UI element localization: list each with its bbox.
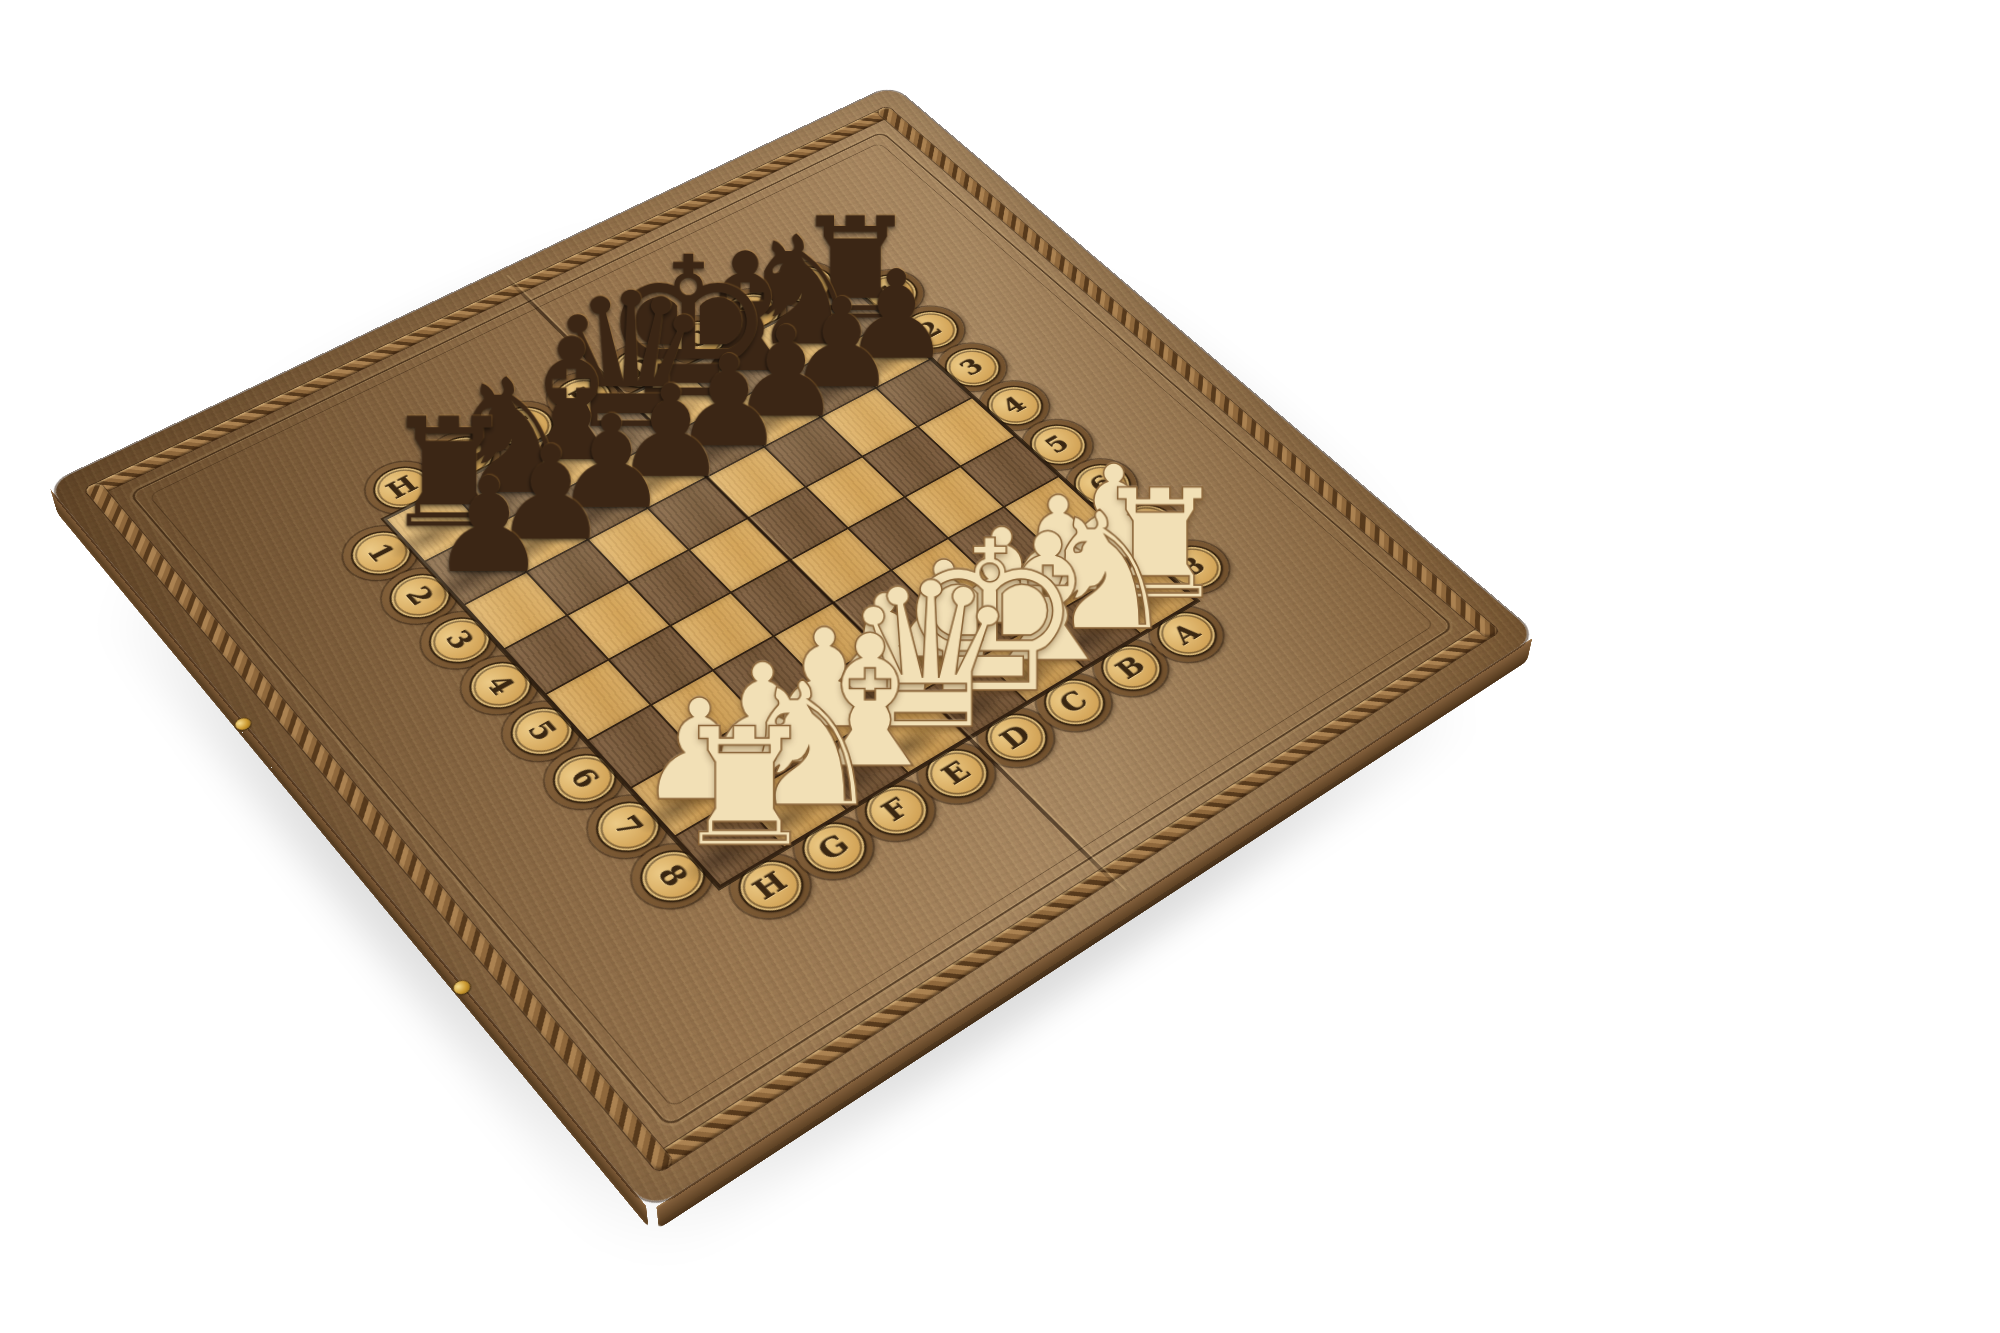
medallion-glyph: D	[622, 355, 659, 381]
medallion-glyph: 2	[914, 318, 947, 342]
white-rook-glyph: ♜	[636, 706, 853, 869]
medallion-glyph: C	[679, 327, 714, 352]
chess-box: 11HH22GG33FF44EE55DD66CC77BB88AA ♜♞♝♛♚♝♞…	[47, 86, 1536, 1211]
medallion-glyph: B	[734, 299, 770, 324]
photo-area: 11HH22GG33FF44EE55DD66CC77BB88AA ♜♞♝♛♚♝♞…	[0, 0, 2000, 1333]
scene: 11HH22GG33FF44EE55DD66CC77BB88AA ♜♞♝♛♚♝♞…	[0, 0, 2000, 1333]
black-pawn-glyph: ♟	[387, 460, 590, 592]
medallion-glyph: 4	[998, 393, 1031, 418]
medallion-glyph: E	[565, 384, 600, 410]
medallion-glyph: 3	[955, 355, 988, 379]
medallion-glyph: 1	[874, 281, 906, 304]
medallion-glyph: 5	[1041, 432, 1075, 457]
board-box: 11HH22GG33FF44EE55DD66CC77BB88AA ♜♞♝♛♚♝♞…	[47, 86, 1536, 1211]
medallion-glyph: A	[790, 273, 824, 297]
